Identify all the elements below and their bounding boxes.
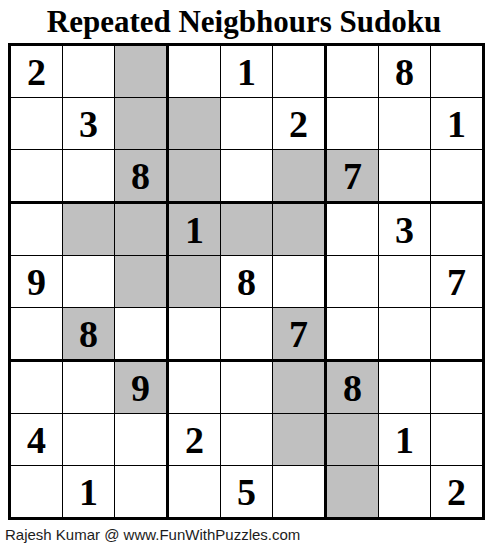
cell-r8c7[interactable]: [327, 414, 379, 466]
cell-r4c1[interactable]: [11, 204, 63, 256]
cell-r1c5: 1: [221, 46, 273, 98]
cell-r2c3[interactable]: [115, 98, 169, 150]
cell-r5c6[interactable]: [273, 256, 327, 308]
cell-r5c7[interactable]: [327, 256, 379, 308]
cell-r1c9[interactable]: [431, 46, 482, 98]
cell-r9c6[interactable]: [273, 466, 327, 517]
cell-r8c4: 2: [169, 414, 221, 466]
cell-r5c1: 9: [11, 256, 63, 308]
cell-r6c3[interactable]: [115, 308, 169, 362]
cell-r6c7[interactable]: [327, 308, 379, 362]
page: Repeated Neigbhours Sudoku 2183218713987…: [0, 4, 488, 520]
cell-r4c3[interactable]: [115, 204, 169, 256]
cell-r2c2: 3: [63, 98, 115, 150]
attribution: Rajesh Kumar @ www.FunWithPuzzles.com: [5, 526, 300, 543]
cell-r1c7[interactable]: [327, 46, 379, 98]
cell-r8c1: 4: [11, 414, 63, 466]
cell-r6c5[interactable]: [221, 308, 273, 362]
cell-r7c7: 8: [327, 362, 379, 414]
cell-r9c9: 2: [431, 466, 482, 517]
cell-r9c7[interactable]: [327, 466, 379, 517]
cell-r2c8[interactable]: [379, 98, 431, 150]
cell-r1c8: 8: [379, 46, 431, 98]
cell-r5c2[interactable]: [63, 256, 115, 308]
cell-r6c4[interactable]: [169, 308, 221, 362]
cell-r7c1[interactable]: [11, 362, 63, 414]
cell-r2c4[interactable]: [169, 98, 221, 150]
cell-r3c3: 8: [115, 150, 169, 204]
cell-r8c5[interactable]: [221, 414, 273, 466]
cell-r2c7[interactable]: [327, 98, 379, 150]
cell-r6c2: 8: [63, 308, 115, 362]
cell-r4c7[interactable]: [327, 204, 379, 256]
cell-r4c2[interactable]: [63, 204, 115, 256]
cell-r7c5[interactable]: [221, 362, 273, 414]
cell-r7c4[interactable]: [169, 362, 221, 414]
cell-r1c4[interactable]: [169, 46, 221, 98]
cell-r3c2[interactable]: [63, 150, 115, 204]
cell-r8c9[interactable]: [431, 414, 482, 466]
puzzle-title: Repeated Neigbhours Sudoku: [0, 4, 488, 40]
cell-r9c4[interactable]: [169, 466, 221, 517]
cell-r2c1[interactable]: [11, 98, 63, 150]
cell-r4c8: 3: [379, 204, 431, 256]
cell-r5c3[interactable]: [115, 256, 169, 308]
cell-r5c9: 7: [431, 256, 482, 308]
cell-r3c4[interactable]: [169, 150, 221, 204]
cell-r9c1[interactable]: [11, 466, 63, 517]
cell-r2c5[interactable]: [221, 98, 273, 150]
cell-r2c6: 2: [273, 98, 327, 150]
cell-r5c4[interactable]: [169, 256, 221, 308]
cell-r3c5[interactable]: [221, 150, 273, 204]
cell-r1c3[interactable]: [115, 46, 169, 98]
cell-r1c1: 2: [11, 46, 63, 98]
cell-r1c6[interactable]: [273, 46, 327, 98]
cell-r8c3[interactable]: [115, 414, 169, 466]
cell-r9c2: 1: [63, 466, 115, 517]
cell-r9c8[interactable]: [379, 466, 431, 517]
cell-r8c2[interactable]: [63, 414, 115, 466]
cell-r7c8[interactable]: [379, 362, 431, 414]
cell-r4c6[interactable]: [273, 204, 327, 256]
cell-r7c3: 9: [115, 362, 169, 414]
cell-r9c3[interactable]: [115, 466, 169, 517]
cell-r9c5: 5: [221, 466, 273, 517]
cell-r7c2[interactable]: [63, 362, 115, 414]
cell-r2c9: 1: [431, 98, 482, 150]
cell-r4c5[interactable]: [221, 204, 273, 256]
cell-r4c9[interactable]: [431, 204, 482, 256]
cell-r1c2[interactable]: [63, 46, 115, 98]
cell-r6c6: 7: [273, 308, 327, 362]
cell-r7c6[interactable]: [273, 362, 327, 414]
cell-r6c9[interactable]: [431, 308, 482, 362]
cell-r3c7: 7: [327, 150, 379, 204]
cell-r3c6[interactable]: [273, 150, 327, 204]
cell-r7c9[interactable]: [431, 362, 482, 414]
cell-r8c6[interactable]: [273, 414, 327, 466]
cell-r4c4: 1: [169, 204, 221, 256]
cell-r6c8[interactable]: [379, 308, 431, 362]
cell-r8c8: 1: [379, 414, 431, 466]
sudoku-board: 21832187139878798421152: [8, 43, 485, 520]
cell-r6c1[interactable]: [11, 308, 63, 362]
cell-r3c9[interactable]: [431, 150, 482, 204]
cell-r5c5: 8: [221, 256, 273, 308]
cell-r3c8[interactable]: [379, 150, 431, 204]
cell-r5c8[interactable]: [379, 256, 431, 308]
cell-r3c1[interactable]: [11, 150, 63, 204]
